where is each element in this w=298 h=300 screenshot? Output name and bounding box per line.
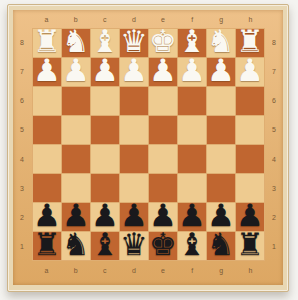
square-g5[interactable] [207,116,235,144]
white-pawn-e7[interactable]: ♟ [149,55,177,86]
square-b4[interactable] [62,145,90,173]
square-h4[interactable] [236,145,264,173]
coord-label: 5 [13,115,31,144]
square-d6[interactable] [120,87,148,115]
coord-label: 2 [13,203,31,232]
square-h6[interactable] [236,87,264,115]
coord-label: 4 [13,145,31,174]
coord-label: 7 [13,57,31,86]
square-c7[interactable]: ♟ [91,58,119,86]
square-c5[interactable] [91,116,119,144]
coord-label: 5 [266,115,282,144]
coord-label: g [207,262,236,280]
white-pawn-f7[interactable]: ♟ [178,55,206,86]
white-pawn-h7[interactable]: ♟ [236,55,264,86]
square-h7[interactable]: ♟ [236,58,264,86]
square-d1[interactable]: ♛ [120,232,148,260]
square-b6[interactable] [62,87,90,115]
white-pawn-c7[interactable]: ♟ [91,55,119,86]
square-c4[interactable] [91,145,119,173]
square-a4[interactable] [33,145,61,173]
coord-label: 8 [266,28,282,57]
square-f4[interactable] [178,145,206,173]
black-rook-h1[interactable]: ♜ [236,229,264,260]
square-f5[interactable] [178,116,206,144]
square-f1[interactable]: ♝ [178,232,206,260]
coord-label: 2 [266,203,282,232]
square-a5[interactable] [33,116,61,144]
coord-label: 4 [266,145,282,174]
square-g7[interactable]: ♟ [207,58,235,86]
white-pawn-a7[interactable]: ♟ [33,55,61,86]
coord-label: f [178,262,207,280]
square-a6[interactable] [33,87,61,115]
black-knight-b1[interactable]: ♞ [62,229,90,260]
white-pawn-d7[interactable]: ♟ [120,55,148,86]
black-knight-g1[interactable]: ♞ [207,229,235,260]
square-d4[interactable] [120,145,148,173]
square-f7[interactable]: ♟ [178,58,206,86]
square-h1[interactable]: ♜ [236,232,264,260]
black-rook-a1[interactable]: ♜ [33,229,61,260]
coord-label: 8 [13,28,31,57]
black-bishop-f1[interactable]: ♝ [178,229,206,260]
coord-label: 3 [266,174,282,203]
square-a1[interactable]: ♜ [33,232,61,260]
coord-label: a [32,262,61,280]
square-g6[interactable] [207,87,235,115]
coord-label: h [236,262,265,280]
square-g4[interactable] [207,145,235,173]
square-e1[interactable]: ♚ [149,232,177,260]
file-labels-bottom: abcdefgh [32,262,265,280]
coord-label: 6 [266,86,282,115]
black-king-e1[interactable]: ♚ [149,229,177,260]
coord-label: 1 [266,232,282,261]
square-e7[interactable]: ♟ [149,58,177,86]
square-h5[interactable] [236,116,264,144]
square-g1[interactable]: ♞ [207,232,235,260]
board-grid: ♜♞♝♛♚♝♞♜♟♟♟♟♟♟♟♟♟♟♟♟♟♟♟♟♜♞♝♛♚♝♞♜ [32,28,265,261]
square-c6[interactable] [91,87,119,115]
coord-label: b [61,262,90,280]
coord-label: 7 [266,57,282,86]
coord-label: 1 [13,232,31,261]
black-bishop-c1[interactable]: ♝ [91,229,119,260]
coord-label: c [90,262,119,280]
square-a7[interactable]: ♟ [33,58,61,86]
square-c1[interactable]: ♝ [91,232,119,260]
coord-label: 6 [13,86,31,115]
white-pawn-b7[interactable]: ♟ [62,55,90,86]
coord-label: d [119,262,148,280]
square-d5[interactable] [120,116,148,144]
coord-label: 3 [13,174,31,203]
square-e4[interactable] [149,145,177,173]
rank-labels-left: 87654321 [13,28,31,261]
square-b7[interactable]: ♟ [62,58,90,86]
square-f6[interactable] [178,87,206,115]
demo-chess-board-photo: abcdefgh 87654321 87654321 abcdefgh ♜♞♝♛… [0,0,298,300]
square-e6[interactable] [149,87,177,115]
square-e5[interactable] [149,116,177,144]
black-queen-d1[interactable]: ♛ [120,229,148,260]
rank-labels-right: 87654321 [266,28,282,261]
coord-label: e [149,262,178,280]
square-b5[interactable] [62,116,90,144]
square-b1[interactable]: ♞ [62,232,90,260]
white-pawn-g7[interactable]: ♟ [207,55,235,86]
square-d7[interactable]: ♟ [120,58,148,86]
